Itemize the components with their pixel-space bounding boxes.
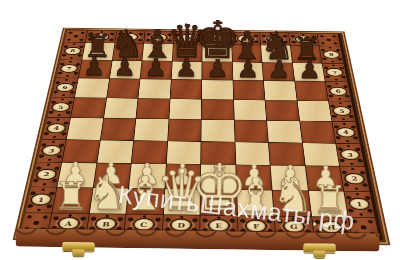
piece-black-pawn-b7: ♟ <box>113 57 136 77</box>
rank-label-5-right: 5 <box>333 107 350 115</box>
rank-label-cell: 4 <box>332 122 359 144</box>
rank-label-6-right: 6 <box>330 87 347 95</box>
square-c6 <box>138 79 170 98</box>
square-d7: ♟ <box>171 61 201 79</box>
square-h7: ♟ <box>292 63 324 81</box>
square-c4 <box>134 119 168 141</box>
rank-label-4-right: 4 <box>337 128 355 136</box>
rank-label-3-right: 3 <box>341 150 360 159</box>
piece-white-rook-a1: ♜ <box>53 181 89 212</box>
rank-label-cell: 3 <box>336 143 364 166</box>
square-h6 <box>295 81 328 100</box>
square-a1: ♜ <box>52 187 92 213</box>
rank-label-7-right: 7 <box>327 69 343 76</box>
rank-label-cell: 4 <box>42 118 70 139</box>
rank-label-7-left: 7 <box>61 65 77 72</box>
square-b4 <box>100 118 135 140</box>
square-h4 <box>300 121 336 143</box>
square-h5 <box>297 101 331 121</box>
rank-label-8-right: 8 <box>323 51 339 58</box>
square-d5 <box>169 99 201 119</box>
rank-label-cell: 6 <box>326 82 352 101</box>
square-a5 <box>71 98 106 118</box>
rank-label-cell: 8 <box>60 42 85 59</box>
square-b5 <box>104 98 138 118</box>
rank-label-5-left: 5 <box>52 103 70 111</box>
square-a7: ♟ <box>79 60 112 78</box>
rank-label-8-left: 8 <box>65 48 81 55</box>
rank-label-cell: 7 <box>56 60 81 78</box>
rank-label-4-left: 4 <box>47 124 65 132</box>
square-c7: ♟ <box>140 61 171 79</box>
piece-black-pawn-d7: ♟ <box>175 58 198 78</box>
square-f7: ♟ <box>232 62 263 80</box>
rank-label-1-left: 1 <box>31 195 51 205</box>
square-f4 <box>234 120 268 142</box>
square-f6 <box>233 80 265 99</box>
square-d6 <box>170 80 201 99</box>
piece-black-pawn-c7: ♟ <box>144 58 167 78</box>
square-e4 <box>201 120 234 142</box>
square-a4 <box>67 118 103 140</box>
piece-black-pawn-f7: ♟ <box>237 59 260 79</box>
square-c5 <box>136 98 169 118</box>
rank-label-cell: 5 <box>47 97 74 117</box>
piece-black-pawn-h7: ♟ <box>298 60 321 80</box>
rank-label-cell: 6 <box>52 78 78 97</box>
piece-black-pawn-a7: ♟ <box>83 57 106 77</box>
rank-label-3-left: 3 <box>42 146 61 155</box>
square-b7: ♟ <box>110 60 142 78</box>
chess-set-photo: ABCDEFGH8♜♞♝♛♚♝♞♜87♟♟♟♟♟♟♟♟7665544332♟♟♟… <box>0 0 400 260</box>
square-e7: ♟ <box>202 62 232 80</box>
piece-black-pawn-g7: ♟ <box>267 59 290 79</box>
rank-label-6-left: 6 <box>57 84 74 91</box>
rank-label-cell: 8 <box>319 46 343 63</box>
rank-label-cell: 5 <box>329 101 355 121</box>
square-a6 <box>75 78 109 97</box>
square-e5 <box>202 99 234 119</box>
square-f5 <box>234 100 267 120</box>
brass-clasp-right <box>303 243 335 252</box>
square-g7: ♟ <box>262 62 294 80</box>
rank-label-2-right: 2 <box>345 174 364 184</box>
rank-label-cell: 7 <box>322 63 347 81</box>
square-e6 <box>202 80 233 99</box>
rank-label-cell: 1 <box>25 187 56 213</box>
piece-black-pawn-e7: ♟ <box>206 59 229 79</box>
square-g4 <box>267 121 302 143</box>
square-d4 <box>168 119 201 141</box>
square-b6 <box>107 79 140 98</box>
square-g5 <box>265 100 298 120</box>
brass-clasp-left <box>62 242 94 251</box>
square-g6 <box>264 81 296 100</box>
